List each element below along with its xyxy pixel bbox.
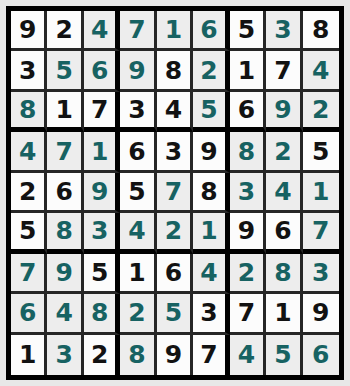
cell-r3c5[interactable]: 4 — [157, 92, 193, 132]
cell-r4c7[interactable]: 8 — [230, 132, 266, 172]
cell-r1c1[interactable]: 9 — [11, 11, 47, 51]
cell-r5c9[interactable]: 1 — [303, 173, 339, 213]
cell-r9c3[interactable]: 2 — [84, 335, 120, 375]
cell-r2c6[interactable]: 2 — [193, 51, 229, 91]
cell-r3c6[interactable]: 5 — [193, 92, 229, 132]
cell-r5c7[interactable]: 3 — [230, 173, 266, 213]
cell-r1c3[interactable]: 4 — [84, 11, 120, 51]
cell-r2c9[interactable]: 4 — [303, 51, 339, 91]
cell-r5c1[interactable]: 2 — [11, 173, 47, 213]
cell-r8c8[interactable]: 1 — [266, 294, 302, 334]
cell-r1c7[interactable]: 5 — [230, 11, 266, 51]
cell-r4c9[interactable]: 5 — [303, 132, 339, 172]
cell-r9c6[interactable]: 7 — [193, 335, 229, 375]
cell-r4c4[interactable]: 6 — [120, 132, 156, 172]
cell-r2c7[interactable]: 1 — [230, 51, 266, 91]
cell-r6c9[interactable]: 7 — [303, 213, 339, 253]
cell-r2c4[interactable]: 9 — [120, 51, 156, 91]
cell-r4c3[interactable]: 1 — [84, 132, 120, 172]
cell-r2c5[interactable]: 8 — [157, 51, 193, 91]
cell-r6c4[interactable]: 4 — [120, 213, 156, 253]
cell-r9c4[interactable]: 8 — [120, 335, 156, 375]
cell-r4c6[interactable]: 9 — [193, 132, 229, 172]
cell-r8c3[interactable]: 8 — [84, 294, 120, 334]
cell-r9c2[interactable]: 3 — [47, 335, 83, 375]
cell-r3c8[interactable]: 9 — [266, 92, 302, 132]
cell-r5c4[interactable]: 5 — [120, 173, 156, 213]
cell-r9c8[interactable]: 5 — [266, 335, 302, 375]
cell-r5c6[interactable]: 8 — [193, 173, 229, 213]
cell-r3c3[interactable]: 7 — [84, 92, 120, 132]
cell-r9c1[interactable]: 1 — [11, 335, 47, 375]
cell-r7c8[interactable]: 8 — [266, 254, 302, 294]
cell-r7c6[interactable]: 4 — [193, 254, 229, 294]
cell-r6c7[interactable]: 9 — [230, 213, 266, 253]
cell-r8c6[interactable]: 3 — [193, 294, 229, 334]
cell-r9c7[interactable]: 4 — [230, 335, 266, 375]
cell-r6c3[interactable]: 3 — [84, 213, 120, 253]
cell-r8c4[interactable]: 2 — [120, 294, 156, 334]
cell-r2c3[interactable]: 6 — [84, 51, 120, 91]
cell-r3c1[interactable]: 8 — [11, 92, 47, 132]
cell-r3c7[interactable]: 6 — [230, 92, 266, 132]
cell-r2c8[interactable]: 7 — [266, 51, 302, 91]
cell-r8c2[interactable]: 4 — [47, 294, 83, 334]
cell-r5c5[interactable]: 7 — [157, 173, 193, 213]
cell-r4c2[interactable]: 7 — [47, 132, 83, 172]
sudoku-board: 9247165383569821748173456924716398252695… — [6, 6, 344, 380]
cell-r1c9[interactable]: 8 — [303, 11, 339, 51]
cell-r8c5[interactable]: 5 — [157, 294, 193, 334]
cell-r2c2[interactable]: 5 — [47, 51, 83, 91]
cell-r7c1[interactable]: 7 — [11, 254, 47, 294]
cell-r7c2[interactable]: 9 — [47, 254, 83, 294]
cell-r1c8[interactable]: 3 — [266, 11, 302, 51]
cell-r7c3[interactable]: 5 — [84, 254, 120, 294]
cell-r6c8[interactable]: 6 — [266, 213, 302, 253]
cell-r9c9[interactable]: 6 — [303, 335, 339, 375]
cell-r5c2[interactable]: 6 — [47, 173, 83, 213]
cell-r3c4[interactable]: 3 — [120, 92, 156, 132]
cell-r8c9[interactable]: 9 — [303, 294, 339, 334]
cell-r8c1[interactable]: 6 — [11, 294, 47, 334]
cell-r4c8[interactable]: 2 — [266, 132, 302, 172]
cell-r5c3[interactable]: 9 — [84, 173, 120, 213]
cell-r1c2[interactable]: 2 — [47, 11, 83, 51]
cell-r1c6[interactable]: 6 — [193, 11, 229, 51]
cell-r9c5[interactable]: 9 — [157, 335, 193, 375]
cell-r6c6[interactable]: 1 — [193, 213, 229, 253]
cell-r1c5[interactable]: 1 — [157, 11, 193, 51]
cell-r5c8[interactable]: 4 — [266, 173, 302, 213]
cell-r4c1[interactable]: 4 — [11, 132, 47, 172]
cell-r7c5[interactable]: 6 — [157, 254, 193, 294]
cell-r1c4[interactable]: 7 — [120, 11, 156, 51]
cell-r6c1[interactable]: 5 — [11, 213, 47, 253]
cell-r3c2[interactable]: 1 — [47, 92, 83, 132]
cell-r4c5[interactable]: 3 — [157, 132, 193, 172]
cell-r8c7[interactable]: 7 — [230, 294, 266, 334]
cell-r7c7[interactable]: 2 — [230, 254, 266, 294]
cell-r7c9[interactable]: 3 — [303, 254, 339, 294]
cell-r6c2[interactable]: 8 — [47, 213, 83, 253]
cell-r6c5[interactable]: 2 — [157, 213, 193, 253]
cell-r2c1[interactable]: 3 — [11, 51, 47, 91]
cell-r3c9[interactable]: 2 — [303, 92, 339, 132]
cell-r7c4[interactable]: 1 — [120, 254, 156, 294]
